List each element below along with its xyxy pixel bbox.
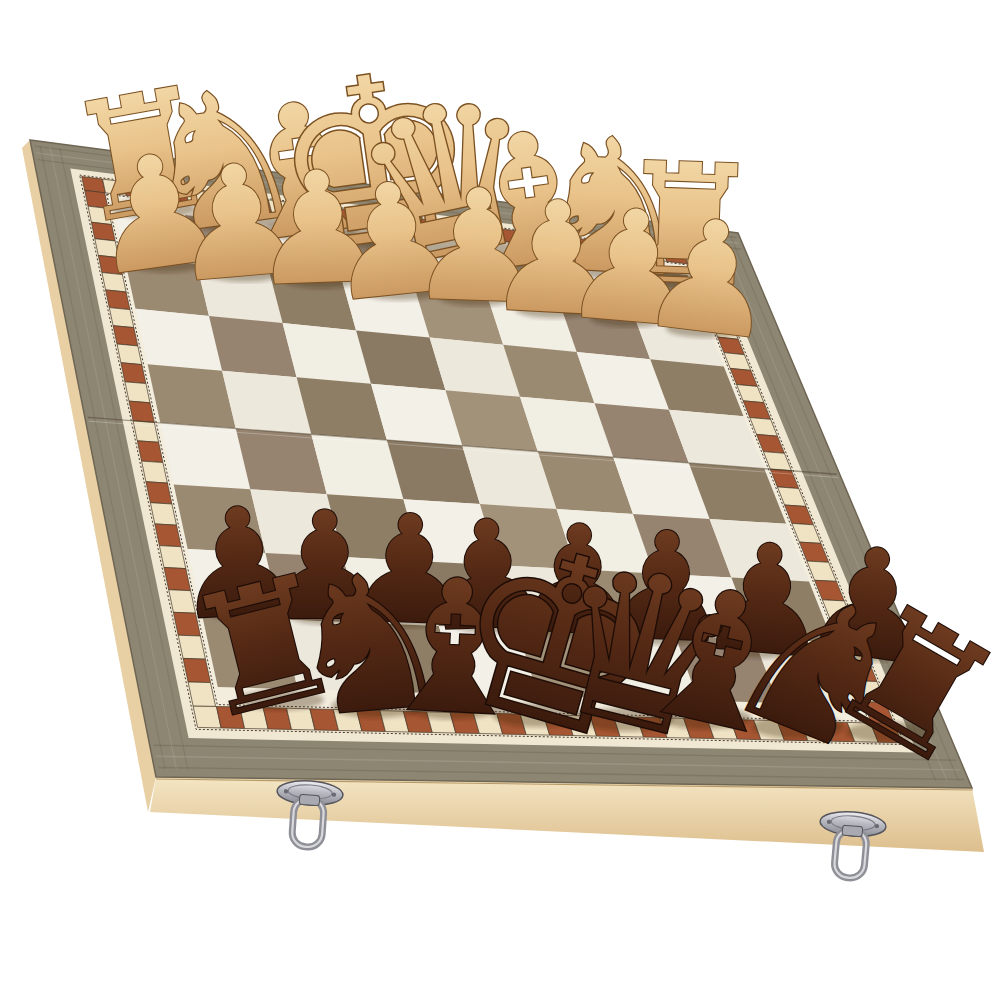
piece-light-pawn-r1f7: ♟ bbox=[631, 181, 790, 375]
square-r2f0 bbox=[136, 309, 223, 371]
square-r3f0 bbox=[148, 364, 236, 428]
product-photo-chess-set: ♜♞♝♚♛♝♞♜♟♟♟♟♟♟♟♟♟♟♟♟♟♟♟♟♜♞♝♚♛♝♞♜ bbox=[0, 0, 1002, 1002]
chessboard-photo: ♜♞♝♚♛♝♞♜♟♟♟♟♟♟♟♟♟♟♟♟♟♟♟♟♜♞♝♚♛♝♞♜ bbox=[0, 0, 1002, 1002]
